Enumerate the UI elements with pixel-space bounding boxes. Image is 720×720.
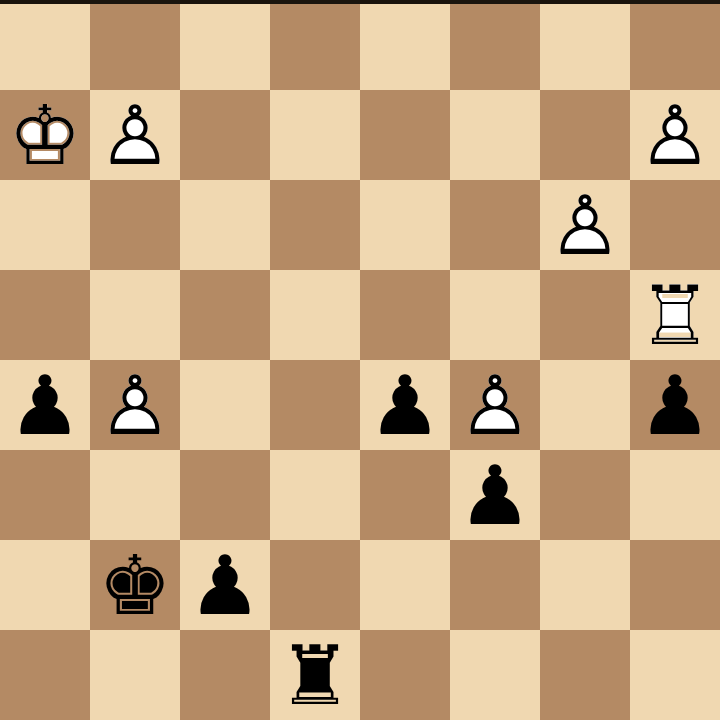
square-g5[interactable] [540, 270, 630, 360]
square-c6[interactable] [180, 180, 270, 270]
square-e2[interactable] [360, 540, 450, 630]
white-king-fill: ♚ [0, 90, 90, 180]
white-pawn-fill: ♟ [450, 360, 540, 450]
square-b1[interactable] [90, 630, 180, 720]
square-d1[interactable]: ♜ [270, 630, 360, 720]
square-e8[interactable] [360, 0, 450, 90]
square-d5[interactable] [270, 270, 360, 360]
square-d3[interactable] [270, 450, 360, 540]
square-a5[interactable] [0, 270, 90, 360]
black-pawn[interactable]: ♟ [450, 450, 540, 540]
square-d8[interactable] [270, 0, 360, 90]
square-b5[interactable] [90, 270, 180, 360]
black-king[interactable]: ♚ [90, 540, 180, 630]
square-c5[interactable] [180, 270, 270, 360]
white-rook[interactable]: ♖ [630, 270, 720, 360]
square-h8[interactable] [630, 0, 720, 90]
square-b3[interactable] [90, 450, 180, 540]
chess-board: ♚♔♟♙♟♙♟♙♜♖♟♟♙♟♟♙♟♟♚♟♜ [0, 0, 720, 720]
square-g7[interactable] [540, 90, 630, 180]
square-b4[interactable]: ♟♙ [90, 360, 180, 450]
square-h3[interactable] [630, 450, 720, 540]
square-f7[interactable] [450, 90, 540, 180]
square-b2[interactable]: ♚ [90, 540, 180, 630]
square-e6[interactable] [360, 180, 450, 270]
square-c1[interactable] [180, 630, 270, 720]
white-pawn[interactable]: ♙ [90, 90, 180, 180]
white-pawn-fill: ♟ [540, 180, 630, 270]
square-c8[interactable] [180, 0, 270, 90]
square-a3[interactable] [0, 450, 90, 540]
square-a1[interactable] [0, 630, 90, 720]
black-rook[interactable]: ♜ [270, 630, 360, 720]
square-a6[interactable] [0, 180, 90, 270]
square-e4[interactable]: ♟ [360, 360, 450, 450]
square-h4[interactable]: ♟ [630, 360, 720, 450]
black-pawn[interactable]: ♟ [630, 360, 720, 450]
square-e3[interactable] [360, 450, 450, 540]
top-border-strip [0, 0, 720, 4]
square-g1[interactable] [540, 630, 630, 720]
square-b6[interactable] [90, 180, 180, 270]
square-h1[interactable] [630, 630, 720, 720]
square-f2[interactable] [450, 540, 540, 630]
square-d7[interactable] [270, 90, 360, 180]
square-c7[interactable] [180, 90, 270, 180]
black-pawn[interactable]: ♟ [0, 360, 90, 450]
white-pawn[interactable]: ♙ [450, 360, 540, 450]
white-pawn[interactable]: ♙ [540, 180, 630, 270]
square-b7[interactable]: ♟♙ [90, 90, 180, 180]
white-rook-fill: ♜ [630, 270, 720, 360]
square-d4[interactable] [270, 360, 360, 450]
square-h7[interactable]: ♟♙ [630, 90, 720, 180]
white-pawn[interactable]: ♙ [90, 360, 180, 450]
white-pawn-fill: ♟ [90, 360, 180, 450]
square-g4[interactable] [540, 360, 630, 450]
square-a2[interactable] [0, 540, 90, 630]
square-f5[interactable] [450, 270, 540, 360]
square-h2[interactable] [630, 540, 720, 630]
white-king[interactable]: ♔ [0, 90, 90, 180]
white-pawn-fill: ♟ [630, 90, 720, 180]
square-h6[interactable] [630, 180, 720, 270]
square-b8[interactable] [90, 0, 180, 90]
white-pawn-fill: ♟ [90, 90, 180, 180]
square-f8[interactable] [450, 0, 540, 90]
square-a7[interactable]: ♚♔ [0, 90, 90, 180]
square-g3[interactable] [540, 450, 630, 540]
square-f1[interactable] [450, 630, 540, 720]
square-c2[interactable]: ♟ [180, 540, 270, 630]
square-d2[interactable] [270, 540, 360, 630]
square-h5[interactable]: ♜♖ [630, 270, 720, 360]
square-d6[interactable] [270, 180, 360, 270]
square-a4[interactable]: ♟ [0, 360, 90, 450]
square-g2[interactable] [540, 540, 630, 630]
white-pawn[interactable]: ♙ [630, 90, 720, 180]
square-f6[interactable] [450, 180, 540, 270]
square-f3[interactable]: ♟ [450, 450, 540, 540]
square-g6[interactable]: ♟♙ [540, 180, 630, 270]
square-f4[interactable]: ♟♙ [450, 360, 540, 450]
square-c3[interactable] [180, 450, 270, 540]
square-a8[interactable] [0, 0, 90, 90]
chess-board-container: ♚♔♟♙♟♙♟♙♜♖♟♟♙♟♟♙♟♟♚♟♜ [0, 0, 720, 720]
square-g8[interactable] [540, 0, 630, 90]
square-c4[interactable] [180, 360, 270, 450]
square-e5[interactable] [360, 270, 450, 360]
square-e7[interactable] [360, 90, 450, 180]
black-pawn[interactable]: ♟ [360, 360, 450, 450]
black-pawn[interactable]: ♟ [180, 540, 270, 630]
square-e1[interactable] [360, 630, 450, 720]
